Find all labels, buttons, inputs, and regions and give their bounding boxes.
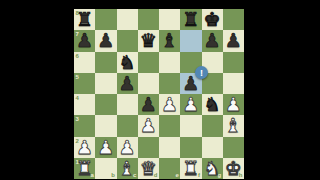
piece-black-bishop-e7[interactable]: ♝: [161, 30, 178, 51]
square-d6[interactable]: [138, 52, 159, 73]
square-h4[interactable]: ♟: [223, 94, 244, 115]
great-move-badge: !: [195, 66, 208, 79]
piece-white-king-h1[interactable]: ♚: [225, 157, 242, 178]
piece-white-pawn-d3[interactable]: ♟: [140, 115, 157, 136]
piece-white-pawn-h4[interactable]: ♟: [225, 94, 242, 115]
square-a5[interactable]: 5: [74, 73, 95, 94]
file-label-e: e: [175, 172, 178, 178]
piece-white-pawn-c2[interactable]: ♟: [119, 136, 136, 157]
square-h3[interactable]: ♝: [223, 115, 244, 136]
square-e8[interactable]: [159, 9, 180, 30]
piece-black-pawn-b7[interactable]: ♟: [97, 30, 114, 51]
file-label-b: b: [111, 172, 115, 178]
square-e6[interactable]: [159, 52, 180, 73]
square-e5[interactable]: [159, 73, 180, 94]
square-e3[interactable]: [159, 115, 180, 136]
square-c1[interactable]: c♝: [117, 158, 138, 179]
square-a2[interactable]: 2♟: [74, 137, 95, 158]
square-e2[interactable]: [159, 137, 180, 158]
square-f8[interactable]: ♜: [180, 9, 201, 30]
square-h5[interactable]: [223, 73, 244, 94]
piece-white-pawn-b2[interactable]: ♟: [97, 136, 114, 157]
square-c5[interactable]: ♟: [117, 73, 138, 94]
square-d8[interactable]: [138, 9, 159, 30]
square-f7[interactable]: [180, 30, 201, 51]
square-d2[interactable]: [138, 137, 159, 158]
square-c4[interactable]: [117, 94, 138, 115]
square-h8[interactable]: [223, 9, 244, 30]
square-a8[interactable]: 8♜: [74, 9, 95, 30]
square-h6[interactable]: [223, 52, 244, 73]
square-b4[interactable]: [95, 94, 116, 115]
square-b1[interactable]: b: [95, 158, 116, 179]
square-f2[interactable]: [180, 137, 201, 158]
square-g4[interactable]: ♞: [202, 94, 223, 115]
square-d4[interactable]: ♟: [138, 94, 159, 115]
square-h1[interactable]: h♚: [223, 158, 244, 179]
square-a4[interactable]: 4: [74, 94, 95, 115]
piece-white-knight-g1[interactable]: ♞: [204, 157, 221, 178]
piece-black-pawn-c5[interactable]: ♟: [119, 72, 136, 93]
square-d7[interactable]: ♛: [138, 30, 159, 51]
square-e7[interactable]: ♝: [159, 30, 180, 51]
rank-label-4: 4: [76, 95, 79, 101]
app-screen: ! 8♜♜♚7♟♟♛♝♟♟6♞5♟♟4♟♟♟♞♟3♟♝2♟♟♟1a♜bc♝d♛e…: [0, 0, 320, 180]
square-d3[interactable]: ♟: [138, 115, 159, 136]
piece-black-rook-a8[interactable]: ♜: [76, 9, 93, 30]
rank-label-6: 6: [76, 53, 79, 59]
square-c2[interactable]: ♟: [117, 137, 138, 158]
square-a7[interactable]: 7♟: [74, 30, 95, 51]
square-b2[interactable]: ♟: [95, 137, 116, 158]
piece-black-pawn-d4[interactable]: ♟: [140, 94, 157, 115]
piece-white-rook-f1[interactable]: ♜: [182, 157, 199, 178]
square-g7[interactable]: ♟: [202, 30, 223, 51]
rank-label-3: 3: [76, 116, 79, 122]
square-f3[interactable]: [180, 115, 201, 136]
piece-black-queen-d7[interactable]: ♛: [140, 30, 157, 51]
piece-black-rook-f8[interactable]: ♜: [182, 9, 199, 30]
piece-black-pawn-a7[interactable]: ♟: [76, 30, 93, 51]
piece-black-pawn-g7[interactable]: ♟: [204, 30, 221, 51]
square-b6[interactable]: [95, 52, 116, 73]
square-f4[interactable]: ♟: [180, 94, 201, 115]
square-b5[interactable]: [95, 73, 116, 94]
square-c7[interactable]: [117, 30, 138, 51]
square-g3[interactable]: [202, 115, 223, 136]
square-e1[interactable]: e: [159, 158, 180, 179]
square-h2[interactable]: [223, 137, 244, 158]
square-a1[interactable]: 1a♜: [74, 158, 95, 179]
square-a6[interactable]: 6: [74, 52, 95, 73]
piece-black-knight-c6[interactable]: ♞: [119, 51, 136, 72]
piece-black-knight-g4[interactable]: ♞: [204, 94, 221, 115]
square-a3[interactable]: 3: [74, 115, 95, 136]
piece-black-king-g8[interactable]: ♚: [204, 9, 221, 30]
square-g8[interactable]: ♚: [202, 9, 223, 30]
square-c3[interactable]: [117, 115, 138, 136]
piece-white-pawn-e4[interactable]: ♟: [161, 94, 178, 115]
piece-white-bishop-c1[interactable]: ♝: [119, 157, 136, 178]
square-b3[interactable]: [95, 115, 116, 136]
piece-white-queen-d1[interactable]: ♛: [140, 157, 157, 178]
square-g2[interactable]: [202, 137, 223, 158]
square-b7[interactable]: ♟: [95, 30, 116, 51]
chess-board: ! 8♜♜♚7♟♟♛♝♟♟6♞5♟♟4♟♟♟♞♟3♟♝2♟♟♟1a♜bc♝d♛e…: [74, 9, 244, 179]
piece-black-pawn-h7[interactable]: ♟: [225, 30, 242, 51]
square-h7[interactable]: ♟: [223, 30, 244, 51]
square-d1[interactable]: d♛: [138, 158, 159, 179]
square-d5[interactable]: [138, 73, 159, 94]
piece-white-pawn-a2[interactable]: ♟: [76, 136, 93, 157]
square-f1[interactable]: f♜: [180, 158, 201, 179]
rank-label-5: 5: [76, 74, 79, 80]
square-b8[interactable]: [95, 9, 116, 30]
square-e4[interactable]: ♟: [159, 94, 180, 115]
piece-white-rook-a1[interactable]: ♜: [76, 157, 93, 178]
piece-white-pawn-f4[interactable]: ♟: [182, 94, 199, 115]
square-c8[interactable]: [117, 9, 138, 30]
square-c6[interactable]: ♞: [117, 52, 138, 73]
square-g1[interactable]: g♞: [202, 158, 223, 179]
piece-white-bishop-h3[interactable]: ♝: [225, 115, 242, 136]
